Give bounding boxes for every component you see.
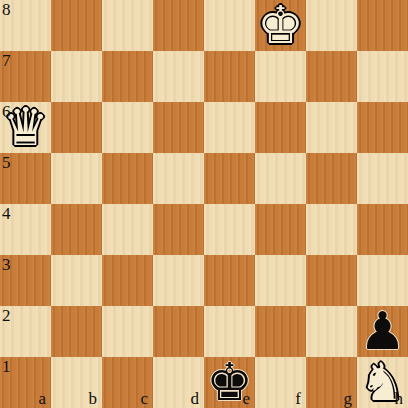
square-c5[interactable] [102,153,153,204]
piece-white-knight[interactable]: ♞ [359,357,406,408]
square-a8[interactable]: 8 [0,0,51,51]
square-c2[interactable] [102,306,153,357]
square-e3[interactable] [204,255,255,306]
piece-black-king[interactable]: ♚ [206,357,253,408]
square-f5[interactable] [255,153,306,204]
square-g1[interactable]: g [306,357,357,408]
square-e1[interactable]: e♚ [204,357,255,408]
square-b4[interactable] [51,204,102,255]
square-a1[interactable]: 1a [0,357,51,408]
square-d3[interactable] [153,255,204,306]
square-f3[interactable] [255,255,306,306]
square-d8[interactable] [153,0,204,51]
square-f7[interactable] [255,51,306,102]
square-h4[interactable] [357,204,408,255]
square-g6[interactable] [306,102,357,153]
square-d6[interactable] [153,102,204,153]
square-c3[interactable] [102,255,153,306]
square-a3[interactable]: 3 [0,255,51,306]
rank-label-8: 8 [2,0,11,19]
square-g5[interactable] [306,153,357,204]
square-e7[interactable] [204,51,255,102]
square-f6[interactable] [255,102,306,153]
square-h2[interactable]: ♟ [357,306,408,357]
file-label-g: g [344,390,353,408]
square-h1[interactable]: h♞ [357,357,408,408]
square-d4[interactable] [153,204,204,255]
rank-label-7: 7 [2,51,11,70]
square-g7[interactable] [306,51,357,102]
square-e6[interactable] [204,102,255,153]
file-label-c: c [140,390,148,408]
square-b3[interactable] [51,255,102,306]
square-b8[interactable] [51,0,102,51]
square-f1[interactable]: f [255,357,306,408]
rank-label-2: 2 [2,306,11,325]
square-d2[interactable] [153,306,204,357]
file-label-f: f [295,390,301,408]
square-a7[interactable]: 7 [0,51,51,102]
piece-black-pawn[interactable]: ♟ [359,306,406,357]
square-g2[interactable] [306,306,357,357]
file-label-b: b [89,390,98,408]
square-c4[interactable] [102,204,153,255]
file-label-d: d [191,390,200,408]
square-f4[interactable] [255,204,306,255]
square-e5[interactable] [204,153,255,204]
square-h6[interactable] [357,102,408,153]
square-e8[interactable] [204,0,255,51]
piece-white-queen[interactable]: ♛ [2,102,49,153]
square-c7[interactable] [102,51,153,102]
square-a4[interactable]: 4 [0,204,51,255]
square-h8[interactable] [357,0,408,51]
square-f8[interactable]: ♚ [255,0,306,51]
file-label-a: a [38,390,46,408]
rank-label-4: 4 [2,204,11,223]
chess-board: 8♚76♛5432♟1abcde♚fgh♞ [0,0,408,408]
square-b6[interactable] [51,102,102,153]
square-h5[interactable] [357,153,408,204]
square-a5[interactable]: 5 [0,153,51,204]
square-c6[interactable] [102,102,153,153]
square-e2[interactable] [204,306,255,357]
rank-label-3: 3 [2,255,11,274]
square-a6[interactable]: 6♛ [0,102,51,153]
square-d5[interactable] [153,153,204,204]
square-g8[interactable] [306,0,357,51]
square-e4[interactable] [204,204,255,255]
square-b2[interactable] [51,306,102,357]
square-d1[interactable]: d [153,357,204,408]
square-h3[interactable] [357,255,408,306]
square-b7[interactable] [51,51,102,102]
square-h7[interactable] [357,51,408,102]
square-a2[interactable]: 2 [0,306,51,357]
square-b5[interactable] [51,153,102,204]
square-g3[interactable] [306,255,357,306]
square-d7[interactable] [153,51,204,102]
square-f2[interactable] [255,306,306,357]
square-g4[interactable] [306,204,357,255]
piece-white-king[interactable]: ♚ [257,0,304,51]
square-c1[interactable]: c [102,357,153,408]
square-c8[interactable] [102,0,153,51]
rank-label-1: 1 [2,357,11,376]
square-b1[interactable]: b [51,357,102,408]
